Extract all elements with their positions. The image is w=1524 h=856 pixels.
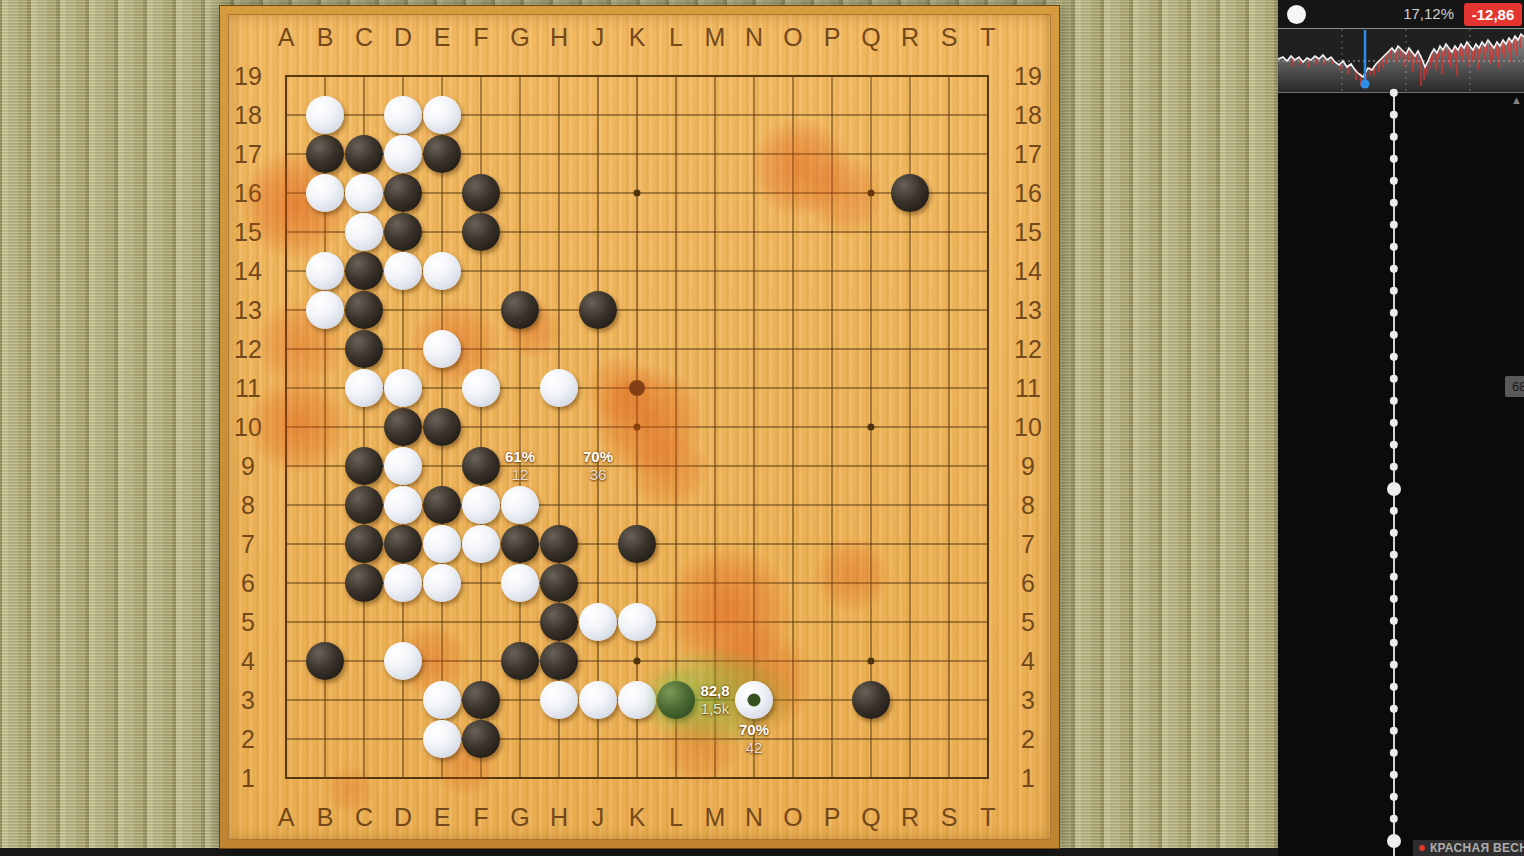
movetree-node[interactable] [1390,287,1398,295]
movetree-node[interactable] [1390,617,1398,625]
movetree-node[interactable] [1390,441,1398,449]
movetree-node[interactable] [1390,89,1398,97]
movetree-node[interactable] [1390,155,1398,163]
watermark-logo-icon [1419,845,1425,851]
go-analysis-app: AABBCCDDEEFFGGHHJJKKLLMMNNOOPPQQRRSSTT11… [0,0,1524,856]
movetree-node[interactable] [1390,375,1398,383]
movetree-node[interactable] [1390,705,1398,713]
score-loss-badge: -12,86 [1464,3,1522,26]
sidebar-topbar: 17,12% -12,86 [1278,0,1524,28]
movetree-node[interactable] [1390,661,1398,669]
movetree-node[interactable] [1390,397,1398,405]
movetree-node[interactable] [1390,111,1398,119]
watermark-text: КРАСНАЯ ВЕСНА [1430,841,1524,855]
movetree-node[interactable] [1390,419,1398,427]
white-to-move-indicator-icon [1287,5,1306,24]
analysis-sidebar: 17,12% -12,86 ▲ 68 КРАСНАЯ ВЕСНА [1278,0,1524,856]
winrate-graph[interactable] [1278,28,1524,93]
movetree-node[interactable] [1390,529,1398,537]
movetree-node[interactable] [1390,353,1398,361]
movetree-node[interactable] [1390,507,1398,515]
movetree-node[interactable] [1390,815,1398,823]
movetree-node[interactable] [1390,221,1398,229]
movetree-node-current[interactable] [1387,834,1401,848]
movetree-node[interactable] [1390,727,1398,735]
watermark-bar: КРАСНАЯ ВЕСНА [1413,840,1524,856]
movetree-node[interactable] [1390,199,1398,207]
movetree-node[interactable] [1390,309,1398,317]
movetree-node[interactable] [1390,793,1398,801]
scroll-up-icon[interactable]: ▲ [1511,94,1522,106]
winrate-graph-svg [1278,29,1524,92]
move-number-badge: 68 [1505,376,1524,397]
winrate-value: 17,12% [1403,5,1454,22]
movetree-node[interactable] [1390,749,1398,757]
movetree-node[interactable] [1390,573,1398,581]
movetree-node[interactable] [1390,551,1398,559]
movetree-node[interactable] [1390,331,1398,339]
movetree-node-current[interactable] [1387,482,1401,496]
movetree-node[interactable] [1390,265,1398,273]
movetree-node[interactable] [1390,243,1398,251]
movetree-node[interactable] [1390,463,1398,471]
movetree-node[interactable] [1390,771,1398,779]
movetree-node[interactable] [1390,595,1398,603]
board-surface[interactable] [228,14,1051,840]
movetree-node[interactable] [1390,133,1398,141]
movetree-node[interactable] [1390,177,1398,185]
movetree-node[interactable] [1390,683,1398,691]
go-board[interactable] [219,5,1060,849]
movetree-node[interactable] [1390,639,1398,647]
